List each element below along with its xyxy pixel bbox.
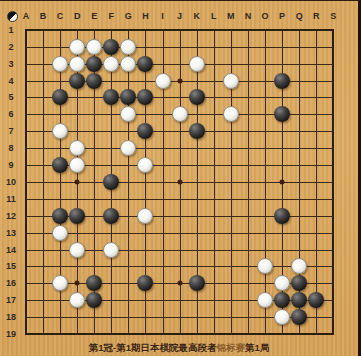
white-stone-C13 <box>52 225 68 241</box>
column-label-A: A <box>23 11 30 21</box>
black-stone-F12 <box>103 208 119 224</box>
go-board-app: ABCDEFGHIJKLMNOPQRS123456789101112131415… <box>0 0 361 356</box>
row-label-17: 17 <box>6 295 16 305</box>
white-stone-D9 <box>69 157 85 173</box>
black-stone-P4 <box>274 73 290 89</box>
white-stone-O15 <box>257 258 273 274</box>
black-stone-F2 <box>103 39 119 55</box>
black-stone-E4 <box>86 73 102 89</box>
column-label-P: P <box>279 11 285 21</box>
column-label-E: E <box>91 11 97 21</box>
white-stone-O17 <box>257 292 273 308</box>
column-label-D: D <box>74 11 81 21</box>
column-label-C: C <box>57 11 64 21</box>
row-label-11: 11 <box>6 194 16 204</box>
black-stone-Q17 <box>291 292 307 308</box>
column-label-B: B <box>40 11 47 21</box>
row-label-6: 6 <box>8 109 13 119</box>
grid-hline <box>26 131 333 132</box>
black-stone-P17 <box>274 292 290 308</box>
row-label-9: 9 <box>8 160 13 170</box>
black-stone-C12 <box>52 208 68 224</box>
white-stone-F14 <box>103 242 119 258</box>
black-stone-F10 <box>103 174 119 190</box>
row-label-12: 12 <box>6 211 16 221</box>
white-stone-M4 <box>223 73 239 89</box>
white-stone-F3 <box>103 56 119 72</box>
row-label-13: 13 <box>6 228 16 238</box>
row-label-10: 10 <box>6 177 16 187</box>
grid-hline <box>26 199 333 200</box>
black-stone-E3 <box>86 56 102 72</box>
black-stone-E17 <box>86 292 102 308</box>
caption-part3: 第1局 <box>245 342 269 353</box>
column-label-L: L <box>211 11 217 21</box>
black-stone-K5 <box>189 89 205 105</box>
row-label-2: 2 <box>8 42 13 52</box>
white-stone-P16 <box>274 275 290 291</box>
star-point-J16 <box>177 281 182 286</box>
white-stone-G8 <box>120 140 136 156</box>
black-stone-Q18 <box>291 309 307 325</box>
black-stone-H5 <box>137 89 153 105</box>
column-label-Q: Q <box>296 11 303 21</box>
white-stone-D8 <box>69 140 85 156</box>
white-stone-D17 <box>69 292 85 308</box>
grid-hline <box>26 97 333 98</box>
black-stone-H3 <box>137 56 153 72</box>
row-label-5: 5 <box>8 92 13 102</box>
white-stone-D2 <box>69 39 85 55</box>
row-label-4: 4 <box>8 76 13 86</box>
white-stone-H9 <box>137 157 153 173</box>
row-label-18: 18 <box>6 312 16 322</box>
black-stone-C9 <box>52 157 68 173</box>
row-label-7: 7 <box>8 126 13 136</box>
white-stone-K3 <box>189 56 205 72</box>
star-point-D10 <box>75 179 80 184</box>
white-stone-G2 <box>120 39 136 55</box>
black-stone-K7 <box>189 123 205 139</box>
white-stone-P18 <box>274 309 290 325</box>
white-stone-E2 <box>86 39 102 55</box>
white-stone-Q15 <box>291 258 307 274</box>
white-stone-C3 <box>52 56 68 72</box>
black-stone-P6 <box>274 106 290 122</box>
star-point-P10 <box>280 179 285 184</box>
black-stone-D12 <box>69 208 85 224</box>
black-stone-P12 <box>274 208 290 224</box>
grid-hline <box>26 233 333 234</box>
row-label-3: 3 <box>8 59 13 69</box>
column-label-M: M <box>227 11 235 21</box>
row-label-16: 16 <box>6 278 16 288</box>
row-label-15: 15 <box>6 261 16 271</box>
caption-part2: 锦标赛 <box>216 342 245 353</box>
black-stone-H16 <box>137 275 153 291</box>
black-stone-K16 <box>189 275 205 291</box>
column-label-J: J <box>177 11 182 21</box>
column-label-I: I <box>161 11 164 21</box>
star-point-J4 <box>177 78 182 83</box>
column-label-R: R <box>313 11 320 21</box>
row-label-8: 8 <box>8 143 13 153</box>
column-label-G: G <box>125 11 132 21</box>
game-title-caption: 第1冠-第1期日本棋院最高段者锦标赛第1局 <box>0 342 358 355</box>
black-stone-G5 <box>120 89 136 105</box>
black-stone-D4 <box>69 73 85 89</box>
star-point-D16 <box>75 281 80 286</box>
column-label-N: N <box>245 11 252 21</box>
column-label-H: H <box>142 11 149 21</box>
white-stone-H12 <box>137 208 153 224</box>
row-label-14: 14 <box>6 245 16 255</box>
white-stone-J6 <box>172 106 188 122</box>
white-stone-D3 <box>69 56 85 72</box>
go-stone-yinyang-icon <box>7 11 18 22</box>
column-label-K: K <box>193 11 200 21</box>
black-stone-H7 <box>137 123 153 139</box>
white-stone-D14 <box>69 242 85 258</box>
grid-hline <box>26 266 333 267</box>
black-stone-R17 <box>308 292 324 308</box>
white-stone-C7 <box>52 123 68 139</box>
black-stone-Q16 <box>291 275 307 291</box>
white-stone-I4 <box>155 73 171 89</box>
column-label-S: S <box>330 11 336 21</box>
white-stone-M6 <box>223 106 239 122</box>
black-stone-E16 <box>86 275 102 291</box>
white-stone-C16 <box>52 275 68 291</box>
star-point-J10 <box>177 179 182 184</box>
black-stone-F5 <box>103 89 119 105</box>
white-stone-G3 <box>120 56 136 72</box>
white-stone-G6 <box>120 106 136 122</box>
row-label-1: 1 <box>8 25 13 35</box>
caption-part1: 第1冠-第1期日本棋院最高段者 <box>89 342 217 353</box>
column-label-F: F <box>109 11 115 21</box>
black-stone-C5 <box>52 89 68 105</box>
column-label-O: O <box>261 11 268 21</box>
row-label-19: 19 <box>6 329 16 339</box>
